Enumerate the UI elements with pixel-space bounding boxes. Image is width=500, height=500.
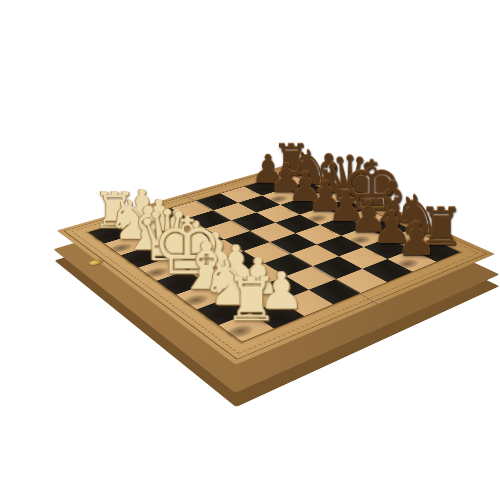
- product-photo-stage: ♜♞♝♛♚♝♞♜♟♟♟♟♟♟♟♟♟♟♟♟♟♟♟♟♜♞♝♛♚♝♞♜: [0, 0, 500, 500]
- piece-white-rook-h1[interactable]: ♜: [203, 270, 299, 330]
- piece-black-pawn-h7[interactable]: ♟: [374, 216, 458, 262]
